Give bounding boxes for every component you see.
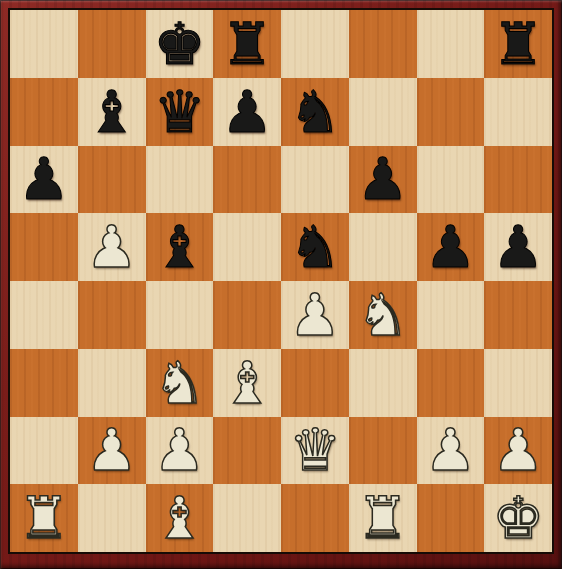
black-pawn-icon[interactable]: ♟: [417, 213, 485, 281]
black-pawn-icon[interactable]: ♟: [213, 78, 281, 146]
square-f6[interactable]: ♟: [349, 146, 417, 214]
square-b2[interactable]: ♟: [78, 417, 146, 485]
square-a6[interactable]: ♟: [10, 146, 78, 214]
square-g8[interactable]: [417, 10, 485, 78]
white-knight-icon[interactable]: ♞: [349, 281, 417, 349]
square-f1[interactable]: ♜: [349, 484, 417, 552]
square-c6[interactable]: [146, 146, 214, 214]
square-d3[interactable]: ♝: [213, 349, 281, 417]
square-b4[interactable]: [78, 281, 146, 349]
square-b1[interactable]: [78, 484, 146, 552]
square-b8[interactable]: [78, 10, 146, 78]
black-king-icon[interactable]: ♚: [146, 10, 214, 78]
black-pawn-icon[interactable]: ♟: [349, 146, 417, 214]
square-f5[interactable]: [349, 213, 417, 281]
square-h1[interactable]: ♚: [484, 484, 552, 552]
square-a7[interactable]: [10, 78, 78, 146]
white-king-icon[interactable]: ♚: [484, 484, 552, 552]
white-bishop-icon[interactable]: ♝: [213, 349, 281, 417]
square-c2[interactable]: ♟: [146, 417, 214, 485]
square-e5[interactable]: ♞: [281, 213, 349, 281]
square-g3[interactable]: [417, 349, 485, 417]
square-a8[interactable]: [10, 10, 78, 78]
square-g1[interactable]: [417, 484, 485, 552]
square-d6[interactable]: [213, 146, 281, 214]
black-pawn-icon[interactable]: ♟: [484, 213, 552, 281]
square-g2[interactable]: ♟: [417, 417, 485, 485]
white-pawn-icon[interactable]: ♟: [417, 417, 485, 485]
square-g7[interactable]: [417, 78, 485, 146]
square-b7[interactable]: ♝: [78, 78, 146, 146]
square-f7[interactable]: [349, 78, 417, 146]
square-c4[interactable]: [146, 281, 214, 349]
square-e8[interactable]: [281, 10, 349, 78]
square-f2[interactable]: [349, 417, 417, 485]
black-knight-icon[interactable]: ♞: [281, 78, 349, 146]
square-h3[interactable]: [484, 349, 552, 417]
square-f8[interactable]: [349, 10, 417, 78]
square-h6[interactable]: [484, 146, 552, 214]
black-queen-icon[interactable]: ♛: [146, 78, 214, 146]
square-a5[interactable]: [10, 213, 78, 281]
black-bishop-icon[interactable]: ♝: [78, 78, 146, 146]
square-c3[interactable]: ♞: [146, 349, 214, 417]
white-pawn-icon[interactable]: ♟: [146, 417, 214, 485]
square-g4[interactable]: [417, 281, 485, 349]
square-h5[interactable]: ♟: [484, 213, 552, 281]
black-bishop-icon[interactable]: ♝: [146, 213, 214, 281]
white-rook-icon[interactable]: ♜: [349, 484, 417, 552]
square-e7[interactable]: ♞: [281, 78, 349, 146]
square-c5[interactable]: ♝: [146, 213, 214, 281]
square-d2[interactable]: [213, 417, 281, 485]
square-b3[interactable]: [78, 349, 146, 417]
square-h8[interactable]: ♜: [484, 10, 552, 78]
square-f3[interactable]: [349, 349, 417, 417]
square-b6[interactable]: [78, 146, 146, 214]
square-e3[interactable]: [281, 349, 349, 417]
square-d4[interactable]: [213, 281, 281, 349]
white-pawn-icon[interactable]: ♟: [281, 281, 349, 349]
square-e6[interactable]: [281, 146, 349, 214]
square-e2[interactable]: ♛: [281, 417, 349, 485]
square-c7[interactable]: ♛: [146, 78, 214, 146]
square-d5[interactable]: [213, 213, 281, 281]
square-h2[interactable]: ♟: [484, 417, 552, 485]
white-pawn-icon[interactable]: ♟: [78, 417, 146, 485]
square-h7[interactable]: [484, 78, 552, 146]
square-c8[interactable]: ♚: [146, 10, 214, 78]
white-queen-icon[interactable]: ♛: [281, 417, 349, 485]
square-d1[interactable]: [213, 484, 281, 552]
square-a2[interactable]: [10, 417, 78, 485]
black-rook-icon[interactable]: ♜: [484, 10, 552, 78]
white-bishop-icon[interactable]: ♝: [146, 484, 214, 552]
square-g6[interactable]: [417, 146, 485, 214]
square-c1[interactable]: ♝: [146, 484, 214, 552]
black-knight-icon[interactable]: ♞: [281, 213, 349, 281]
square-d7[interactable]: ♟: [213, 78, 281, 146]
white-pawn-icon[interactable]: ♟: [484, 417, 552, 485]
board-frame: ♚♜♜♝♛♟♞♟♟♟♝♞♟♟♟♞♞♝♟♟♛♟♟♜♝♜♚: [0, 0, 562, 569]
black-rook-icon[interactable]: ♜: [213, 10, 281, 78]
square-g5[interactable]: ♟: [417, 213, 485, 281]
black-pawn-icon[interactable]: ♟: [10, 146, 78, 214]
square-d8[interactable]: ♜: [213, 10, 281, 78]
chess-board: ♚♜♜♝♛♟♞♟♟♟♝♞♟♟♟♞♞♝♟♟♛♟♟♜♝♜♚: [10, 10, 552, 552]
square-a4[interactable]: [10, 281, 78, 349]
square-f4[interactable]: ♞: [349, 281, 417, 349]
white-pawn-icon[interactable]: ♟: [78, 213, 146, 281]
square-h4[interactable]: [484, 281, 552, 349]
white-knight-icon[interactable]: ♞: [146, 349, 214, 417]
square-e4[interactable]: ♟: [281, 281, 349, 349]
square-e1[interactable]: [281, 484, 349, 552]
square-b5[interactable]: ♟: [78, 213, 146, 281]
white-rook-icon[interactable]: ♜: [10, 484, 78, 552]
square-a3[interactable]: [10, 349, 78, 417]
square-a1[interactable]: ♜: [10, 484, 78, 552]
